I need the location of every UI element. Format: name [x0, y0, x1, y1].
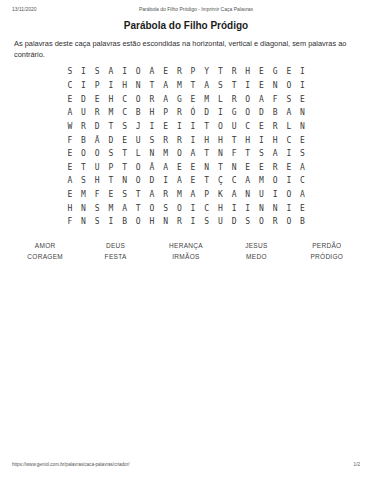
- grid-cell: F: [63, 215, 77, 229]
- grid-cell: N: [131, 79, 145, 93]
- grid-cell: S: [90, 65, 104, 79]
- grid-cell: T: [186, 79, 200, 93]
- grid-cell: S: [104, 147, 118, 161]
- grid-cell: N: [77, 201, 91, 215]
- grid-cell: N: [145, 147, 159, 161]
- grid-cell: N: [296, 120, 310, 134]
- grid-cell: I: [104, 79, 118, 93]
- grid-cell: B: [131, 106, 145, 120]
- page-title: Parábola do Filho Pródigo: [0, 20, 372, 31]
- word-search-grid: SISAIOAERPYTRHEGEICIPIHNTAMTASTIENOIEDEH…: [63, 65, 309, 229]
- grid-cell: A: [118, 201, 132, 215]
- printed-page: 13/11/2020 Parábola do Filho Pródigo - I…: [0, 0, 372, 480]
- grid-cell: N: [77, 215, 91, 229]
- grid-cell: J: [131, 120, 145, 134]
- grid-cell: T: [241, 147, 255, 161]
- grid-cell: A: [255, 92, 269, 106]
- grid-cell: A: [159, 92, 173, 106]
- grid-cell: N: [159, 215, 173, 229]
- grid-cell: R: [268, 215, 282, 229]
- grid-cell: E: [63, 147, 77, 161]
- grid-cell: E: [296, 133, 310, 147]
- grid-cell: I: [104, 215, 118, 229]
- grid-cell: I: [214, 106, 228, 120]
- grid-cell: L: [131, 147, 145, 161]
- grid-cell: E: [282, 160, 296, 174]
- print-footer: https://www.geniol.com.br/palavras/caca-…: [12, 462, 360, 467]
- grid-cell: I: [77, 65, 91, 79]
- grid-cell: A: [241, 174, 255, 188]
- grid-cell: D: [77, 92, 91, 106]
- grid-cell: O: [214, 120, 228, 134]
- grid-cell: A: [282, 106, 296, 120]
- grid-cell: M: [104, 201, 118, 215]
- print-doc-title: Parábola do Filho Pródigo - Imprimir Caç…: [92, 6, 360, 12]
- grid-cell: T: [118, 160, 132, 174]
- grid-cell: A: [145, 65, 159, 79]
- grid-cell: Ã: [90, 133, 104, 147]
- grid-cell: I: [241, 79, 255, 93]
- grid-cell: Ç: [214, 174, 228, 188]
- grid-cell: D: [90, 120, 104, 134]
- grid-cell: E: [104, 188, 118, 202]
- grid-cell: N: [255, 201, 269, 215]
- grid-cell: D: [200, 106, 214, 120]
- grid-cell: O: [241, 92, 255, 106]
- grid-cell: O: [241, 106, 255, 120]
- grid-cell: E: [296, 201, 310, 215]
- grid-cell: W: [63, 120, 77, 134]
- grid-cell: H: [214, 133, 228, 147]
- grid-cell: O: [131, 92, 145, 106]
- grid-cell: R: [227, 65, 241, 79]
- grid-cell: R: [159, 133, 173, 147]
- grid-cell: I: [227, 201, 241, 215]
- grid-cell: N: [214, 147, 228, 161]
- grid-cell: T: [104, 120, 118, 134]
- grid-cell: T: [214, 65, 228, 79]
- grid-cell: B: [118, 215, 132, 229]
- grid-cell: A: [186, 147, 200, 161]
- grid-cell: B: [296, 215, 310, 229]
- grid-cell: O: [131, 160, 145, 174]
- grid-cell: I: [186, 215, 200, 229]
- grid-cell: S: [118, 120, 132, 134]
- grid-cell: C: [200, 201, 214, 215]
- grid-cell: U: [90, 160, 104, 174]
- grid-cell: I: [282, 201, 296, 215]
- grid-cell: P: [200, 188, 214, 202]
- grid-cell: U: [77, 106, 91, 120]
- grid-cell: H: [214, 201, 228, 215]
- grid-cell: L: [214, 92, 228, 106]
- grid-cell: O: [173, 147, 187, 161]
- grid-cell: S: [214, 79, 228, 93]
- word-list-item: PRÓDIGO: [292, 251, 362, 262]
- grid-cell: E: [255, 65, 269, 79]
- grid-cell: A: [63, 106, 77, 120]
- grid-cell: E: [186, 174, 200, 188]
- grid-cell: Y: [200, 65, 214, 79]
- grid-cell: S: [77, 174, 91, 188]
- grid-cell: S: [90, 201, 104, 215]
- grid-cell: U: [255, 188, 269, 202]
- grid-cell: T: [227, 133, 241, 147]
- word-list-item: IRMÃOS: [151, 251, 221, 262]
- word-list-column: JESUSMEDO: [221, 240, 291, 262]
- grid-cell: H: [268, 133, 282, 147]
- grid-cell: R: [173, 215, 187, 229]
- grid-cell: O: [173, 201, 187, 215]
- grid-cell: I: [282, 174, 296, 188]
- grid-cell: E: [255, 160, 269, 174]
- grid-cell: A: [173, 174, 187, 188]
- grid-cell: S: [241, 215, 255, 229]
- print-header: 13/11/2020 Parábola do Filho Pródigo - I…: [12, 6, 360, 12]
- grid-cell: I: [296, 79, 310, 93]
- grid-cell: I: [241, 201, 255, 215]
- grid-cell: S: [145, 133, 159, 147]
- grid-cell: A: [145, 188, 159, 202]
- grid-cell: O: [77, 147, 91, 161]
- grid-cell: M: [173, 79, 187, 93]
- grid-cell: T: [227, 79, 241, 93]
- grid-cell: P: [186, 65, 200, 79]
- word-list-column: HERANÇAIRMÃOS: [151, 240, 221, 262]
- word-list: AMORCORAGEMDEUSFESTAHERANÇAIRMÃOSJESUSME…: [10, 240, 362, 262]
- grid-cell: O: [268, 174, 282, 188]
- word-list-column: PERDÃOPRÓDIGO: [292, 240, 362, 262]
- word-list-item: FESTA: [80, 251, 150, 262]
- grid-cell: E: [255, 120, 269, 134]
- grid-cell: M: [255, 174, 269, 188]
- grid-cell: D: [227, 215, 241, 229]
- grid-cell: H: [104, 92, 118, 106]
- grid-cell: S: [296, 147, 310, 161]
- grid-cell: A: [159, 79, 173, 93]
- grid-cell: I: [282, 147, 296, 161]
- grid-cell: R: [268, 160, 282, 174]
- grid-cell: I: [268, 188, 282, 202]
- grid-cell: L: [282, 120, 296, 134]
- word-list-column: AMORCORAGEM: [10, 240, 80, 262]
- grid-cell: I: [186, 133, 200, 147]
- grid-cell: A: [296, 160, 310, 174]
- grid-cell: H: [118, 79, 132, 93]
- grid-cell: D: [255, 106, 269, 120]
- grid-cell: R: [227, 92, 241, 106]
- grid-cell: P: [104, 160, 118, 174]
- grid-cell: A: [200, 79, 214, 93]
- print-date: 13/11/2020: [12, 6, 92, 12]
- grid-cell: E: [90, 92, 104, 106]
- grid-cell: C: [118, 92, 132, 106]
- grid-cell: S: [200, 215, 214, 229]
- grid-cell: M: [159, 147, 173, 161]
- grid-cell: N: [200, 160, 214, 174]
- word-list-item: HERANÇA: [151, 240, 221, 251]
- grid-cell: T: [104, 174, 118, 188]
- grid-cell: R: [268, 120, 282, 134]
- grid-cell: Ã: [145, 160, 159, 174]
- grid-cell: B: [77, 133, 91, 147]
- grid-cell: I: [296, 65, 310, 79]
- grid-cell: E: [159, 120, 173, 134]
- grid-cell: R: [159, 188, 173, 202]
- grid-cell: C: [296, 174, 310, 188]
- grid-cell: E: [63, 188, 77, 202]
- grid-cell: B: [268, 106, 282, 120]
- grid-cell: M: [77, 188, 91, 202]
- grid-cell: C: [282, 133, 296, 147]
- grid-cell: E: [159, 65, 173, 79]
- grid-cell: R: [173, 106, 187, 120]
- grid-cell: G: [227, 106, 241, 120]
- grid-cell: I: [118, 65, 132, 79]
- grid-cell: K: [214, 188, 228, 202]
- grid-cell: H: [200, 133, 214, 147]
- grid-cell: E: [186, 92, 200, 106]
- grid-cell: M: [200, 92, 214, 106]
- grid-cell: O: [131, 174, 145, 188]
- grid-cell: E: [118, 133, 132, 147]
- grid-cell: N: [118, 174, 132, 188]
- grid-cell: N: [268, 201, 282, 215]
- grid-cell: F: [227, 147, 241, 161]
- grid-cell: I: [159, 174, 173, 188]
- grid-cell: I: [145, 120, 159, 134]
- grid-cell: O: [282, 215, 296, 229]
- grid-cell: T: [214, 160, 228, 174]
- grid-cell: D: [104, 133, 118, 147]
- word-list-item: DEUS: [80, 240, 150, 251]
- grid-cell: A: [268, 147, 282, 161]
- grid-cell: M: [173, 188, 187, 202]
- grid-cell: G: [173, 92, 187, 106]
- grid-cell: S: [118, 188, 132, 202]
- grid-cell: A: [186, 188, 200, 202]
- word-list-item: AMOR: [10, 240, 80, 251]
- grid-cell: T: [200, 174, 214, 188]
- grid-cell: Ó: [186, 106, 200, 120]
- grid-cell: U: [131, 133, 145, 147]
- grid-cell: T: [200, 147, 214, 161]
- word-list-column: DEUSFESTA: [80, 240, 150, 262]
- grid-cell: T: [145, 79, 159, 93]
- grid-cell: H: [145, 106, 159, 120]
- grid-cell: A: [159, 160, 173, 174]
- grid-cell: H: [145, 215, 159, 229]
- grid-cell: M: [104, 106, 118, 120]
- grid-cell: S: [255, 147, 269, 161]
- grid-cell: O: [282, 188, 296, 202]
- grid-cell: H: [90, 174, 104, 188]
- grid-cell: T: [77, 160, 91, 174]
- grid-cell: P: [159, 106, 173, 120]
- grid-cell: S: [159, 201, 173, 215]
- grid-cell: T: [131, 188, 145, 202]
- grid-cell: N: [241, 188, 255, 202]
- grid-cell: C: [227, 174, 241, 188]
- grid-cell: S: [282, 92, 296, 106]
- grid-cell: E: [241, 160, 255, 174]
- grid-cell: F: [63, 133, 77, 147]
- grid-cell: R: [145, 92, 159, 106]
- word-list-item: JESUS: [221, 240, 291, 251]
- grid-cell: I: [77, 79, 91, 93]
- grid-cell: U: [227, 120, 241, 134]
- grid-cell: D: [145, 174, 159, 188]
- grid-cell: T: [131, 201, 145, 215]
- grid-cell: R: [77, 120, 91, 134]
- grid-cell: N: [268, 79, 282, 93]
- grid-cell: O: [131, 65, 145, 79]
- grid-cell: E: [186, 160, 200, 174]
- grid-cell: E: [255, 79, 269, 93]
- grid-cell: I: [186, 120, 200, 134]
- grid-cell: R: [173, 133, 187, 147]
- grid-cell: E: [63, 92, 77, 106]
- grid-cell: C: [63, 79, 77, 93]
- grid-cell: R: [90, 106, 104, 120]
- grid-cell: I: [173, 120, 187, 134]
- grid-cell: H: [241, 65, 255, 79]
- grid-cell: I: [255, 133, 269, 147]
- grid-cell: A: [227, 188, 241, 202]
- grid-cell: E: [282, 65, 296, 79]
- word-list-item: MEDO: [221, 251, 291, 262]
- grid-cell: P: [90, 79, 104, 93]
- grid-cell: R: [173, 65, 187, 79]
- grid-cell: O: [282, 79, 296, 93]
- instructions-text: As palavras deste caça palavras estão es…: [14, 38, 352, 60]
- grid-cell: E: [173, 160, 187, 174]
- grid-cell: O: [131, 215, 145, 229]
- grid-cell: H: [63, 201, 77, 215]
- grid-cell: S: [63, 65, 77, 79]
- grid-cell: C: [118, 106, 132, 120]
- grid-cell: N: [227, 160, 241, 174]
- word-list-item: PERDÃO: [292, 240, 362, 251]
- grid-cell: A: [296, 188, 310, 202]
- grid-cell: E: [63, 160, 77, 174]
- grid-cell: A: [63, 174, 77, 188]
- grid-cell: F: [268, 92, 282, 106]
- footer-page-number: 1/2: [354, 462, 360, 467]
- grid-cell: E: [296, 92, 310, 106]
- grid-cell: T: [200, 120, 214, 134]
- grid-cell: U: [214, 215, 228, 229]
- grid-cell: O: [90, 147, 104, 161]
- grid-cell: A: [104, 65, 118, 79]
- footer-url: https://www.geniol.com.br/palavras/caca-…: [12, 462, 129, 467]
- grid-cell: G: [268, 65, 282, 79]
- grid-cell: S: [90, 215, 104, 229]
- grid-cell: I: [186, 201, 200, 215]
- grid-cell: T: [118, 147, 132, 161]
- grid-cell: H: [241, 133, 255, 147]
- grid-cell: C: [241, 120, 255, 134]
- grid-cell: O: [255, 215, 269, 229]
- grid-cell: F: [90, 188, 104, 202]
- grid-cell: O: [145, 201, 159, 215]
- grid-cell: N: [296, 106, 310, 120]
- word-list-item: CORAGEM: [10, 251, 80, 262]
